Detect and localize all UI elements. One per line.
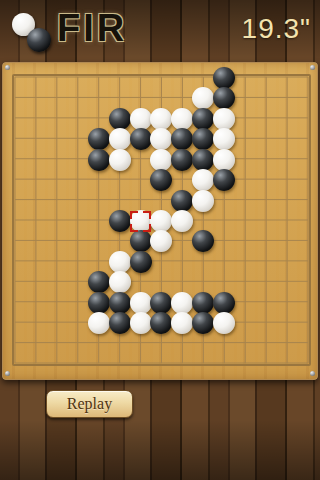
corner-pin-icon [310,65,315,70]
black-stone [171,149,193,171]
replay-button[interactable]: Replay [46,390,133,418]
stones-logo-icon [10,11,54,55]
marker-corner-icon [143,211,151,219]
white-stone [130,292,152,314]
black-stone [109,108,131,130]
black-stone [109,210,131,232]
black-stone [130,251,152,273]
corner-pin-icon [310,371,315,376]
white-stone [109,149,131,171]
black-stone [171,190,193,212]
white-stone [130,312,152,334]
white-stone [213,149,235,171]
black-stone [130,230,152,252]
app-screen: FIR 19.3" Replay [0,0,320,480]
white-stone [109,251,131,273]
white-stone [109,271,131,293]
last-move-marker [130,211,151,232]
corner-pin-icon [5,65,10,70]
marker-corner-icon [143,224,151,232]
header: FIR 19.3" [0,0,320,60]
white-stone [213,108,235,130]
black-stone [88,149,110,171]
board[interactable] [2,62,318,380]
black-stone [130,128,152,150]
white-stone [171,292,193,314]
white-stone [130,108,152,130]
black-stone [88,128,110,150]
black-stone [109,292,131,314]
marker-corner-icon [130,224,138,232]
black-stone [213,292,235,314]
black-stone [192,292,214,314]
black-stone-icon [27,28,51,52]
white-stone [88,312,110,334]
black-stone [109,312,131,334]
black-stone [88,292,110,314]
white-stone [109,128,131,150]
app-title: FIR [57,7,127,50]
black-stone [192,149,214,171]
corner-pin-icon [5,371,10,376]
black-stone [88,271,110,293]
timer-label: 19.3" [242,13,311,45]
white-stone [192,190,214,212]
marker-corner-icon [130,211,138,219]
